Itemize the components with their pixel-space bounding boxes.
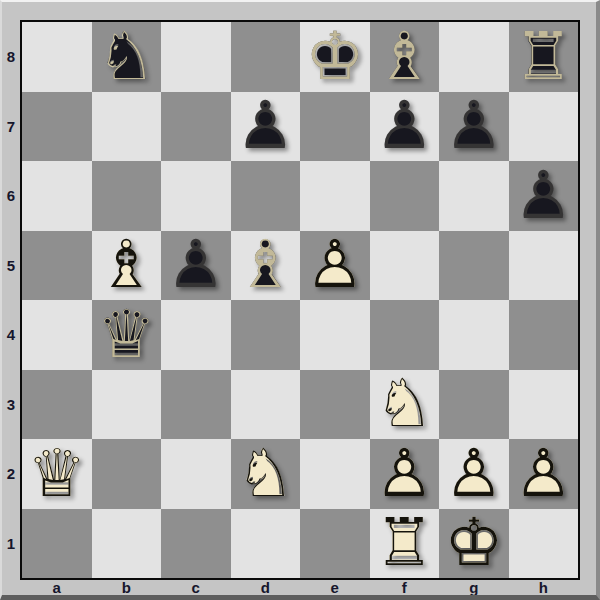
piece-black-pawn: ♟♙ [161,231,231,301]
piece-white-knight: ♞♘ [370,370,440,440]
chess-board: ♞♘♚♔♝♗♜♖♟♙♟♙♟♙♟♙♝♗♟♙♝♗♟♙♛♕♞♘♛♕♞♘♟♙♟♙♟♙♜♖… [20,20,580,580]
black-pawn-outline-glyph: ♙ [439,92,509,162]
piece-black-queen: ♛♕ [92,300,162,370]
piece-black-rook: ♜♖ [509,22,579,92]
white-queen-fill-glyph: ♛ [22,439,92,509]
black-pawn-outline-glyph: ♙ [231,92,301,162]
square-e2[interactable] [300,439,370,509]
white-pawn-outline-glyph: ♙ [439,439,509,509]
square-c4[interactable] [161,300,231,370]
piece-black-pawn: ♟♙ [370,92,440,162]
white-pawn-outline-glyph: ♙ [370,439,440,509]
black-queen-fill-glyph: ♛ [92,300,162,370]
square-c2[interactable] [161,439,231,509]
rank-label-2: 2 [2,439,20,509]
white-pawn-outline-glyph: ♙ [509,439,579,509]
black-pawn-fill-glyph: ♟ [509,161,579,231]
square-a4[interactable] [22,300,92,370]
square-f8[interactable]: ♝♗ [370,22,440,92]
square-e5[interactable]: ♟♙ [300,231,370,301]
square-h6[interactable]: ♟♙ [509,161,579,231]
black-pawn-outline-glyph: ♙ [161,231,231,301]
square-g6[interactable] [439,161,509,231]
square-e6[interactable] [300,161,370,231]
black-rook-outline-glyph: ♖ [509,22,579,92]
square-c7[interactable] [161,92,231,162]
square-e3[interactable] [300,370,370,440]
square-d3[interactable] [231,370,301,440]
file-label-d: d [231,577,301,597]
black-bishop-outline-glyph: ♗ [231,231,301,301]
rank-label-1: 1 [2,509,20,579]
white-knight-fill-glyph: ♞ [231,439,301,509]
square-c5[interactable]: ♟♙ [161,231,231,301]
piece-black-pawn: ♟♙ [439,92,509,162]
white-knight-fill-glyph: ♞ [370,370,440,440]
square-c8[interactable] [161,22,231,92]
black-king-outline-glyph: ♔ [300,22,370,92]
white-bishop-fill-glyph: ♝ [92,231,162,301]
piece-black-pawn: ♟♙ [231,92,301,162]
square-d4[interactable] [231,300,301,370]
white-rook-outline-glyph: ♖ [370,509,440,579]
rank-label-3: 3 [2,370,20,440]
square-b7[interactable] [92,92,162,162]
file-label-h: h [509,577,579,597]
file-label-e: e [300,577,370,597]
piece-black-pawn: ♟♙ [509,161,579,231]
square-h5[interactable] [509,231,579,301]
square-f1[interactable]: ♜♖ [370,509,440,579]
square-b1[interactable] [92,509,162,579]
white-king-fill-glyph: ♚ [439,509,509,579]
piece-black-bishop: ♝♗ [231,231,301,301]
piece-white-pawn: ♟♙ [300,231,370,301]
square-d6[interactable] [231,161,301,231]
square-e1[interactable] [300,509,370,579]
square-e4[interactable] [300,300,370,370]
square-f3[interactable]: ♞♘ [370,370,440,440]
rank-label-6: 6 [2,161,20,231]
square-h7[interactable] [509,92,579,162]
rank-label-8: 8 [2,22,20,92]
white-pawn-fill-glyph: ♟ [439,439,509,509]
square-e8[interactable]: ♚♔ [300,22,370,92]
white-queen-outline-glyph: ♕ [22,439,92,509]
square-h2[interactable]: ♟♙ [509,439,579,509]
square-a8[interactable] [22,22,92,92]
black-knight-outline-glyph: ♘ [92,22,162,92]
white-pawn-fill-glyph: ♟ [509,439,579,509]
square-g7[interactable]: ♟♙ [439,92,509,162]
square-c6[interactable] [161,161,231,231]
square-f4[interactable] [370,300,440,370]
square-h3[interactable] [509,370,579,440]
file-label-c: c [161,577,231,597]
white-bishop-outline-glyph: ♗ [92,231,162,301]
square-g1[interactable]: ♚♔ [439,509,509,579]
black-pawn-fill-glyph: ♟ [439,92,509,162]
black-bishop-fill-glyph: ♝ [370,22,440,92]
white-knight-outline-glyph: ♘ [231,439,301,509]
square-d8[interactable] [231,22,301,92]
piece-white-king: ♚♔ [439,509,509,579]
rank-label-4: 4 [2,300,20,370]
square-g8[interactable] [439,22,509,92]
piece-white-bishop: ♝♗ [92,231,162,301]
file-label-g: g [439,577,509,597]
white-knight-outline-glyph: ♘ [370,370,440,440]
black-knight-fill-glyph: ♞ [92,22,162,92]
square-g3[interactable] [439,370,509,440]
piece-white-queen: ♛♕ [22,439,92,509]
square-a5[interactable] [22,231,92,301]
piece-white-rook: ♜♖ [370,509,440,579]
square-b4[interactable]: ♛♕ [92,300,162,370]
piece-white-pawn: ♟♙ [370,439,440,509]
square-e7[interactable] [300,92,370,162]
square-a6[interactable] [22,161,92,231]
file-label-a: a [22,577,92,597]
piece-black-bishop: ♝♗ [370,22,440,92]
white-pawn-fill-glyph: ♟ [370,439,440,509]
rank-label-5: 5 [2,231,20,301]
square-g5[interactable] [439,231,509,301]
piece-white-pawn: ♟♙ [439,439,509,509]
square-d7[interactable]: ♟♙ [231,92,301,162]
square-f2[interactable]: ♟♙ [370,439,440,509]
black-bishop-fill-glyph: ♝ [231,231,301,301]
black-queen-outline-glyph: ♕ [92,300,162,370]
square-c1[interactable] [161,509,231,579]
square-d1[interactable] [231,509,301,579]
white-pawn-fill-glyph: ♟ [300,231,370,301]
square-c3[interactable] [161,370,231,440]
black-bishop-outline-glyph: ♗ [370,22,440,92]
square-g4[interactable] [439,300,509,370]
square-h8[interactable]: ♜♖ [509,22,579,92]
square-f6[interactable] [370,161,440,231]
black-pawn-fill-glyph: ♟ [161,231,231,301]
file-label-b: b [92,577,162,597]
black-pawn-fill-glyph: ♟ [370,92,440,162]
black-pawn-outline-glyph: ♙ [370,92,440,162]
square-h4[interactable] [509,300,579,370]
square-b2[interactable] [92,439,162,509]
square-a7[interactable] [22,92,92,162]
black-rook-fill-glyph: ♜ [509,22,579,92]
square-a2[interactable]: ♛♕ [22,439,92,509]
square-d5[interactable]: ♝♗ [231,231,301,301]
piece-white-pawn: ♟♙ [509,439,579,509]
square-b6[interactable] [92,161,162,231]
square-f5[interactable] [370,231,440,301]
square-a3[interactable] [22,370,92,440]
piece-white-knight: ♞♘ [231,439,301,509]
piece-black-knight: ♞♘ [92,22,162,92]
white-pawn-outline-glyph: ♙ [300,231,370,301]
square-a1[interactable] [22,509,92,579]
board-frame: ♞♘♚♔♝♗♜♖♟♙♟♙♟♙♟♙♝♗♟♙♝♗♟♙♛♕♞♘♛♕♞♘♟♙♟♙♟♙♜♖… [0,0,600,600]
square-b3[interactable] [92,370,162,440]
black-pawn-outline-glyph: ♙ [509,161,579,231]
square-b5[interactable]: ♝♗ [92,231,162,301]
file-label-f: f [370,577,440,597]
rank-label-7: 7 [2,92,20,162]
square-b8[interactable]: ♞♘ [92,22,162,92]
piece-black-king: ♚♔ [300,22,370,92]
black-king-fill-glyph: ♚ [300,22,370,92]
square-f7[interactable]: ♟♙ [370,92,440,162]
square-h1[interactable] [509,509,579,579]
white-rook-fill-glyph: ♜ [370,509,440,579]
black-pawn-fill-glyph: ♟ [231,92,301,162]
white-king-outline-glyph: ♔ [439,509,509,579]
square-g2[interactable]: ♟♙ [439,439,509,509]
square-d2[interactable]: ♞♘ [231,439,301,509]
